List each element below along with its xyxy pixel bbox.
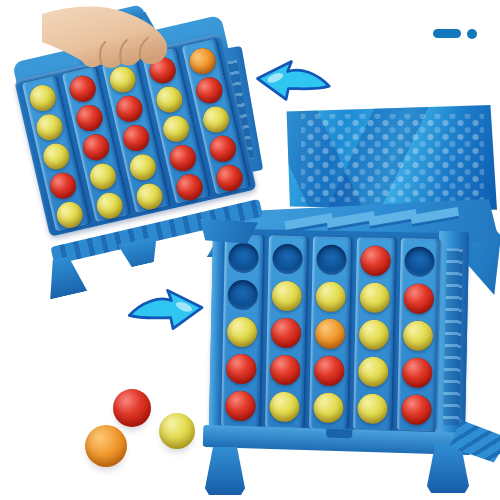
open-lid [279, 105, 497, 213]
hole-with-R: ● [174, 172, 205, 203]
ball-R: ● [225, 391, 256, 422]
hole-with-R: ● [271, 318, 302, 349]
ball-R: ● [207, 133, 238, 164]
ball-R: ● [360, 245, 391, 276]
ball-R: ● [271, 318, 302, 349]
ball-Y: ● [271, 281, 302, 312]
hole-with-R: ● [314, 355, 345, 386]
hole-with-R: ● [167, 142, 198, 173]
ball-column: ●●●● [309, 236, 351, 429]
ball-R: ● [121, 122, 152, 153]
hole-with-Y: ● [200, 104, 231, 135]
ball-Y: ● [359, 282, 390, 313]
hole-with-Y: ● [34, 112, 65, 143]
hole-with-Y: ● [313, 392, 344, 423]
folded-left-foot [42, 254, 88, 300]
dot-marker-icon [467, 29, 477, 39]
hole-with-R: ● [226, 354, 257, 385]
ball-O: ● [315, 319, 346, 350]
hole-with-Y: ● [271, 281, 302, 312]
hole-with-Y: ● [160, 113, 191, 144]
ball-column: ●●●● [397, 238, 439, 431]
hole-with-R: ● [403, 283, 434, 314]
ball-Y: ● [315, 282, 346, 313]
hole-with-R: ● [207, 133, 238, 164]
empty-hole [227, 280, 258, 311]
ball-Y: ● [313, 392, 344, 423]
hole-with-R: ● [47, 170, 78, 201]
hole-with-Y: ● [315, 282, 346, 313]
hole-with-Y: ● [94, 190, 125, 221]
ball-Y: ● [357, 393, 388, 424]
hole-with-Y: ● [54, 199, 85, 230]
hole-with-R: ● [225, 391, 256, 422]
empty-hole [316, 245, 347, 276]
ball-Y: ● [127, 152, 158, 183]
ball-R: ● [74, 102, 105, 133]
ball-R: ● [174, 172, 205, 203]
loose-ball-orange: ● [85, 425, 127, 467]
dash-marker-icon [433, 29, 461, 38]
ball-Y: ● [160, 113, 191, 144]
hole-with-R: ● [121, 122, 152, 153]
hole-with-O: ● [315, 319, 346, 350]
curved-arrow-left-icon [250, 50, 336, 104]
hole-with-Y: ● [227, 317, 258, 348]
empty-hole [404, 246, 435, 277]
hole-with-Y: ● [403, 320, 434, 351]
ball-Y: ● [34, 112, 65, 143]
hole-with-R: ● [114, 93, 145, 124]
left-foot [205, 447, 245, 495]
ball-Y: ● [87, 161, 118, 192]
ball-Y: ● [227, 317, 258, 348]
hole-with-R: ● [402, 357, 433, 388]
ball-R: ● [270, 355, 301, 386]
ball-Y: ● [358, 356, 389, 387]
hole-with-Y: ● [358, 356, 389, 387]
hole-with-R: ● [81, 132, 112, 163]
ball-R: ● [401, 394, 432, 425]
ball-R: ● [47, 170, 78, 201]
hole-with-Y: ● [357, 393, 388, 424]
ball-Y: ● [403, 320, 434, 351]
folded-board-group: ●●●●●●●●●●●●●●●●●●●●●●●●● [0, 0, 300, 280]
hole-with-Y: ● [41, 141, 72, 172]
hole-with-R: ● [214, 162, 245, 193]
ball-Y: ● [94, 190, 125, 221]
frame-post-right [435, 231, 469, 443]
hole-with-R: ● [360, 245, 391, 276]
hole-with-Y: ● [87, 161, 118, 192]
hand [42, 0, 210, 90]
ball-column: ●●●●● [353, 237, 395, 430]
loose-ball-red: ● [113, 389, 151, 427]
ball-R: ● [114, 93, 145, 124]
hole-with-Y: ● [359, 282, 390, 313]
hole-with-R: ● [401, 394, 432, 425]
hole-with-R: ● [270, 355, 301, 386]
product-photo-canvas: ●●●●●●●●●●●●●●●●●●●● ●●●●●●●●●●●●●●●●●●●… [0, 0, 500, 500]
ball-R: ● [402, 357, 433, 388]
curved-arrow-right-icon [123, 277, 209, 335]
hole-with-Y: ● [269, 392, 300, 423]
loose-ball-yellow: ● [159, 413, 195, 449]
ball-Y: ● [41, 141, 72, 172]
hole-with-Y: ● [359, 319, 390, 350]
ball-Y: ● [54, 199, 85, 230]
ball-R: ● [214, 162, 245, 193]
ball-R: ● [226, 354, 257, 385]
ball-Y: ● [359, 319, 390, 350]
ball-Y: ● [269, 392, 300, 423]
ball-R: ● [403, 283, 434, 314]
ball-R: ● [81, 132, 112, 163]
hole-with-R: ● [74, 102, 105, 133]
hole-with-Y: ● [127, 152, 158, 183]
ball-Y: ● [200, 104, 231, 135]
ball-R: ● [314, 355, 345, 386]
hole-with-Y: ● [134, 181, 165, 212]
ball-Y: ● [134, 181, 165, 212]
ball-R: ● [167, 142, 198, 173]
